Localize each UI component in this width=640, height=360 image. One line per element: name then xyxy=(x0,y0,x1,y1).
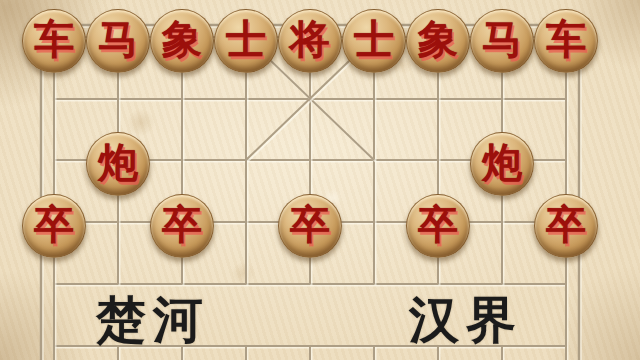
piece-glyph: 车 xyxy=(546,20,586,60)
piece-soldier[interactable]: 卒 xyxy=(22,194,86,258)
river-label-han-jie: 汉界 xyxy=(409,295,523,345)
piece-chariot[interactable]: 车 xyxy=(22,9,86,73)
piece-horse[interactable]: 马 xyxy=(86,9,150,73)
piece-glyph: 象 xyxy=(162,20,202,60)
piece-glyph: 炮 xyxy=(482,143,522,183)
piece-glyph: 马 xyxy=(98,20,138,60)
piece-glyph: 将 xyxy=(290,20,330,60)
piece-horse[interactable]: 马 xyxy=(470,9,534,73)
piece-glyph: 象 xyxy=(418,20,458,60)
piece-soldier[interactable]: 卒 xyxy=(406,194,470,258)
piece-soldier[interactable]: 卒 xyxy=(534,194,598,258)
piece-cannon[interactable]: 炮 xyxy=(86,132,150,196)
piece-cannon[interactable]: 炮 xyxy=(470,132,534,196)
piece-glyph: 车 xyxy=(34,20,74,60)
piece-glyph: 卒 xyxy=(418,205,458,245)
piece-glyph: 卒 xyxy=(546,205,586,245)
piece-soldier[interactable]: 卒 xyxy=(278,194,342,258)
piece-glyph: 士 xyxy=(354,20,394,60)
piece-elephant[interactable]: 象 xyxy=(150,9,214,73)
piece-glyph: 马 xyxy=(482,20,522,60)
river-label-chu-he: 楚河 xyxy=(96,295,210,345)
piece-glyph: 士 xyxy=(226,20,266,60)
piece-glyph: 卒 xyxy=(34,205,74,245)
piece-elephant[interactable]: 象 xyxy=(406,9,470,73)
xiangqi-board: 楚河 汉界 车马象士将士象马车炮炮卒卒卒卒卒 xyxy=(0,0,640,360)
piece-glyph: 炮 xyxy=(98,143,138,183)
piece-general[interactable]: 将 xyxy=(278,9,342,73)
piece-glyph: 卒 xyxy=(162,205,202,245)
piece-advisor[interactable]: 士 xyxy=(342,9,406,73)
piece-glyph: 卒 xyxy=(290,205,330,245)
piece-advisor[interactable]: 士 xyxy=(214,9,278,73)
piece-chariot[interactable]: 车 xyxy=(534,9,598,73)
piece-soldier[interactable]: 卒 xyxy=(150,194,214,258)
